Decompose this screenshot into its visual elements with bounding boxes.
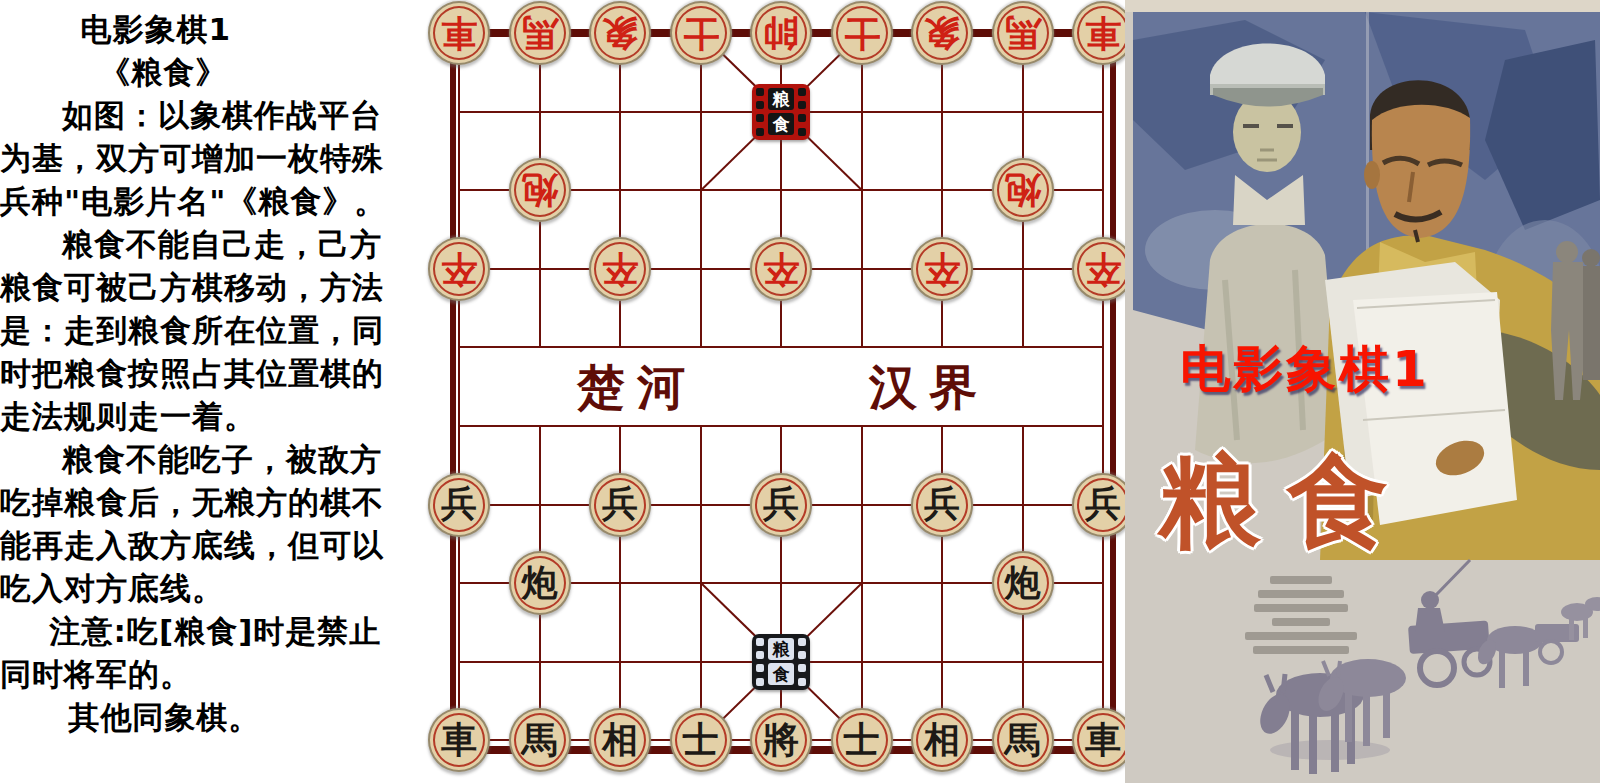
film-label-char: 食 <box>768 113 794 135</box>
rule-line: 粮食不能吃子，被敌方 <box>0 438 425 481</box>
board-line <box>458 33 460 740</box>
film-sprockets <box>756 638 764 686</box>
rule-line: 《粮食》 <box>0 51 425 94</box>
piece-glyph: 馬 <box>511 710 569 770</box>
piece-glyph: 卒 <box>752 239 810 299</box>
xiangqi-piece-車[interactable]: 車 <box>428 708 490 772</box>
piece-glyph: 相 <box>591 710 649 770</box>
xiangqi-piece-象[interactable]: 象 <box>911 1 973 65</box>
piece-glyph: 士 <box>672 3 730 63</box>
piece-glyph: 兵 <box>430 475 488 535</box>
piece-glyph: 炮 <box>511 553 569 613</box>
grain-film-piece[interactable]: 粮食 <box>752 84 810 140</box>
xiangqi-piece-士[interactable]: 士 <box>670 708 732 772</box>
xiangqi-piece-相[interactable]: 相 <box>589 708 651 772</box>
rule-line: 粮食不能自己走，己方 <box>0 223 425 266</box>
rule-line: 走法规则走一着。 <box>0 395 425 438</box>
rule-line: 其他同象棋。 <box>0 696 425 739</box>
xiangqi-piece-象[interactable]: 象 <box>589 1 651 65</box>
rule-line: 同时将军的。 <box>0 653 425 696</box>
rule-line: 能再走入敌方底线，但可以 <box>0 524 425 567</box>
xiangqi-piece-兵[interactable]: 兵 <box>428 473 490 537</box>
board-line <box>1102 33 1104 740</box>
piece-glyph: 炮 <box>994 160 1052 220</box>
xiangqi-piece-車[interactable]: 車 <box>428 1 490 65</box>
xiangqi-piece-馬[interactable]: 馬 <box>509 1 571 65</box>
xiangqi-piece-卒[interactable]: 卒 <box>428 237 490 301</box>
piece-glyph: 卒 <box>591 239 649 299</box>
board-line <box>450 29 456 754</box>
bystander-figures <box>1551 241 1600 400</box>
rule-line: 如图：以象棋作战平台 <box>0 94 425 137</box>
film-sprockets <box>798 88 806 136</box>
piece-glyph: 炮 <box>994 553 1052 613</box>
xiangqi-piece-兵[interactable]: 兵 <box>589 473 651 537</box>
xiangqi-piece-卒[interactable]: 卒 <box>911 237 973 301</box>
board-line <box>1110 29 1116 754</box>
piece-glyph: 帥 <box>752 3 810 63</box>
grain-film-piece[interactable]: 粮食 <box>752 634 810 690</box>
rule-line: 兵种"电影片名"《粮食》。 <box>0 180 425 223</box>
xiangqi-piece-炮[interactable]: 炮 <box>509 551 571 615</box>
piece-glyph: 卒 <box>1074 239 1132 299</box>
poster-movie-title: 粮食 <box>1159 434 1415 571</box>
piece-glyph: 車 <box>1074 710 1132 770</box>
xiangqi-piece-卒[interactable]: 卒 <box>589 237 651 301</box>
xiangqi-piece-相[interactable]: 相 <box>911 708 973 772</box>
rule-line: 为基，双方可增加一枚特殊 <box>0 137 425 180</box>
film-label-char: 粮 <box>768 88 794 110</box>
xiangqi-piece-馬[interactable]: 馬 <box>509 708 571 772</box>
xiangqi-piece-士[interactable]: 士 <box>670 1 732 65</box>
piece-glyph: 象 <box>591 3 649 63</box>
rules-text-panel: 电影象棋1《粮食》如图：以象棋作战平台为基，双方可增加一枚特殊兵种"电影片名"《… <box>0 0 425 783</box>
rule-line: 注意:吃[粮食]时是禁止 <box>0 610 425 653</box>
rule-line: 时把粮食按照占其位置棋的 <box>0 352 425 395</box>
xiangqi-piece-炮[interactable]: 炮 <box>509 158 571 222</box>
piece-glyph: 相 <box>913 710 971 770</box>
credit-line <box>1258 590 1344 598</box>
piece-glyph: 士 <box>833 3 891 63</box>
credit-line <box>1253 646 1349 654</box>
piece-glyph: 卒 <box>430 239 488 299</box>
piece-glyph: 炮 <box>511 160 569 220</box>
river-label-right: 汉界 <box>869 356 989 420</box>
credit-line <box>1245 632 1357 640</box>
credit-line <box>1272 618 1330 626</box>
rule-line: 吃入对方底线。 <box>0 567 425 610</box>
credit-line <box>1254 604 1348 612</box>
piece-glyph: 兵 <box>913 475 971 535</box>
xiangqi-piece-馬[interactable]: 馬 <box>992 708 1054 772</box>
credit-line <box>1270 576 1332 584</box>
poster-overlay-title: 电影象棋1 <box>1180 336 1430 403</box>
film-label-char: 食 <box>768 663 794 685</box>
xiangqi-piece-將[interactable]: 將 <box>750 708 812 772</box>
rule-line: 电影象棋1 <box>0 8 425 51</box>
piece-glyph: 士 <box>833 710 891 770</box>
piece-glyph: 馬 <box>994 710 1052 770</box>
xiangqi-piece-士[interactable]: 士 <box>831 1 893 65</box>
piece-glyph: 兵 <box>591 475 649 535</box>
xiangqi-piece-帥[interactable]: 帥 <box>750 1 812 65</box>
piece-glyph: 卒 <box>913 239 971 299</box>
xiangqi-piece-卒[interactable]: 卒 <box>750 237 812 301</box>
rule-line: 粮食可被己方棋移动，方法 <box>0 266 425 309</box>
xiangqi-piece-兵[interactable]: 兵 <box>911 473 973 537</box>
film-sprockets <box>756 88 764 136</box>
movie-poster: 电影象棋1 粮食 <box>1125 0 1600 783</box>
rule-line: 是：走到粮食所在位置，同 <box>0 309 425 352</box>
piece-glyph: 兵 <box>752 475 810 535</box>
xiangqi-board: 楚河 汉界 車馬象士帥士象馬車炮炮卒卒卒卒卒兵兵兵兵兵炮炮車馬相士將士相馬車粮食… <box>425 0 1125 783</box>
rule-line: 吃掉粮食后，无粮方的棋不 <box>0 481 425 524</box>
xiangqi-piece-兵[interactable]: 兵 <box>750 473 812 537</box>
xiangqi-piece-炮[interactable]: 炮 <box>992 551 1054 615</box>
piece-glyph: 車 <box>1074 3 1132 63</box>
piece-glyph: 將 <box>752 710 810 770</box>
film-sprockets <box>798 638 806 686</box>
piece-glyph: 車 <box>430 3 488 63</box>
piece-glyph: 車 <box>430 710 488 770</box>
piece-glyph: 兵 <box>1074 475 1132 535</box>
xiangqi-piece-炮[interactable]: 炮 <box>992 158 1054 222</box>
film-label-char: 粮 <box>768 638 794 660</box>
xiangqi-piece-馬[interactable]: 馬 <box>992 1 1054 65</box>
piece-glyph: 士 <box>672 710 730 770</box>
river-label-left: 楚河 <box>577 356 697 420</box>
poster-credits <box>1213 576 1423 660</box>
piece-glyph: 象 <box>913 3 971 63</box>
xiangqi-piece-士[interactable]: 士 <box>831 708 893 772</box>
piece-glyph: 馬 <box>994 3 1052 63</box>
piece-glyph: 馬 <box>511 3 569 63</box>
